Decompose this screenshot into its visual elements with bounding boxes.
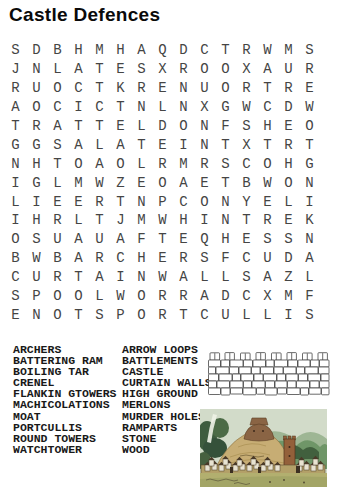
grid-cell[interactable]: E xyxy=(278,211,299,230)
grid-cell[interactable]: R xyxy=(194,154,215,173)
grid-cell[interactable]: T xyxy=(236,211,257,230)
grid-cell[interactable]: H xyxy=(173,211,194,230)
grid-cell[interactable]: E xyxy=(131,173,152,192)
grid-cell[interactable]: N xyxy=(26,305,47,324)
grid-cell[interactable]: T xyxy=(89,117,110,136)
grid-cell[interactable]: R xyxy=(152,287,173,306)
grid-cell[interactable]: E xyxy=(194,173,215,192)
grid-cell[interactable]: E xyxy=(278,117,299,136)
grid-cell[interactable]: H xyxy=(215,230,236,249)
grid-cell[interactable]: X xyxy=(236,60,257,79)
grid-cell[interactable]: W xyxy=(26,249,47,268)
grid-cell[interactable]: M xyxy=(173,154,194,173)
grid-cell[interactable]: U xyxy=(278,60,299,79)
grid-cell[interactable]: E xyxy=(5,305,26,324)
grid-cell[interactable]: R xyxy=(173,249,194,268)
word-item: MERLONS xyxy=(122,399,212,410)
grid-cell[interactable]: O xyxy=(5,230,26,249)
grid-cell[interactable]: A xyxy=(257,60,278,79)
grid-cell[interactable]: D xyxy=(173,41,194,60)
grid-cell[interactable]: T xyxy=(131,135,152,154)
grid-cell[interactable]: A xyxy=(5,98,26,117)
grid-cell[interactable]: A xyxy=(194,287,215,306)
grid-cell[interactable]: U xyxy=(89,230,110,249)
grid-cell[interactable]: A xyxy=(110,230,131,249)
grid-cell[interactable]: U xyxy=(194,79,215,98)
grid-cell[interactable]: T xyxy=(152,230,173,249)
grid-cell[interactable]: C xyxy=(110,249,131,268)
grid-cell[interactable]: L xyxy=(5,192,26,211)
grid-cell[interactable]: P xyxy=(152,192,173,211)
grid-cell[interactable]: R xyxy=(152,305,173,324)
grid-cell[interactable]: A xyxy=(89,268,110,287)
grid-cell[interactable]: P xyxy=(110,305,131,324)
grid-cell[interactable]: G xyxy=(215,98,236,117)
grid-cell[interactable]: S xyxy=(215,154,236,173)
battlements-illustration xyxy=(208,352,330,397)
word-search-grid: SDBHMHAQDCTRWMSJNLATESXROOXAURRUOCTKRENU… xyxy=(5,41,320,324)
grid-cell[interactable]: X xyxy=(236,135,257,154)
grid-cell[interactable]: D xyxy=(152,117,173,136)
grid-cell[interactable]: E xyxy=(257,192,278,211)
grid-cell[interactable]: A xyxy=(299,249,320,268)
grid-cell[interactable]: H xyxy=(110,41,131,60)
grid-cell[interactable]: R xyxy=(26,117,47,136)
grid-cell[interactable]: W xyxy=(257,173,278,192)
grid-cell[interactable]: H xyxy=(257,117,278,136)
grid-cell[interactable]: B xyxy=(5,249,26,268)
grid-cell[interactable]: N xyxy=(299,173,320,192)
grid-cell[interactable]: G xyxy=(26,135,47,154)
grid-cell[interactable]: X xyxy=(152,60,173,79)
grid-cell[interactable]: D xyxy=(278,98,299,117)
grid-cell[interactable]: S xyxy=(194,249,215,268)
grid-cell[interactable]: U xyxy=(26,268,47,287)
grid-cell[interactable]: Q xyxy=(152,41,173,60)
grid-cell[interactable]: M xyxy=(131,211,152,230)
grid-cell[interactable]: W xyxy=(236,98,257,117)
grid-cell[interactable]: W xyxy=(152,268,173,287)
grid-cell[interactable]: R xyxy=(236,79,257,98)
grid-cell[interactable]: O xyxy=(68,154,89,173)
grid-cell[interactable]: G xyxy=(26,173,47,192)
grid-cell[interactable]: E xyxy=(152,79,173,98)
grid-cell[interactable]: O xyxy=(152,173,173,192)
grid-cell[interactable]: H xyxy=(278,154,299,173)
word-item: MACHICOLATIONS xyxy=(13,399,117,410)
grid-cell[interactable]: L xyxy=(89,287,110,306)
grid-cell[interactable]: N xyxy=(215,211,236,230)
grid-cell[interactable]: S xyxy=(299,305,320,324)
grid-cell[interactable]: N xyxy=(5,154,26,173)
grid-cell[interactable]: E xyxy=(152,249,173,268)
grid-cell[interactable]: R xyxy=(89,249,110,268)
grid-cell[interactable]: E xyxy=(173,230,194,249)
page-title: Castle Defences xyxy=(9,4,160,26)
grid-cell[interactable]: I xyxy=(299,192,320,211)
grid-cell[interactable]: X xyxy=(194,98,215,117)
grid-cell[interactable]: F xyxy=(131,230,152,249)
grid-cell[interactable]: J xyxy=(5,60,26,79)
grid-cell[interactable]: L xyxy=(215,268,236,287)
grid-cell[interactable]: N xyxy=(299,230,320,249)
word-list-left: ARCHERSBATTERING RAMBOILING TARCRENELFLA… xyxy=(13,344,117,455)
grid-cell[interactable]: F xyxy=(215,249,236,268)
grid-cell[interactable]: O xyxy=(173,117,194,136)
grid-cell[interactable]: M xyxy=(89,41,110,60)
castle-illustration xyxy=(200,409,327,487)
grid-cell[interactable]: E xyxy=(236,230,257,249)
grid-cell[interactable]: A xyxy=(173,268,194,287)
grid-cell[interactable]: O xyxy=(194,192,215,211)
grid-cell[interactable]: R xyxy=(5,79,26,98)
grid-cell[interactable]: T xyxy=(89,211,110,230)
grid-cell[interactable]: C xyxy=(173,192,194,211)
grid-cell[interactable]: U xyxy=(47,230,68,249)
grid-cell[interactable]: B xyxy=(47,249,68,268)
grid-cell[interactable]: T xyxy=(5,117,26,136)
grid-cell[interactable]: A xyxy=(68,249,89,268)
grid-cell[interactable]: X xyxy=(257,287,278,306)
grid-cell[interactable]: R xyxy=(236,41,257,60)
grid-cell[interactable]: R xyxy=(131,79,152,98)
grid-cell[interactable]: Z xyxy=(110,173,131,192)
grid-cell[interactable]: W xyxy=(257,41,278,60)
grid-cell[interactable]: F xyxy=(299,287,320,306)
grid-cell[interactable]: C xyxy=(194,305,215,324)
grid-cell[interactable]: Q xyxy=(194,230,215,249)
grid-cell[interactable]: A xyxy=(131,41,152,60)
grid-cell[interactable]: A xyxy=(110,135,131,154)
grid-cell[interactable]: O xyxy=(47,305,68,324)
grid-cell[interactable]: O xyxy=(47,79,68,98)
grid-cell[interactable]: K xyxy=(110,79,131,98)
grid-cell[interactable]: L xyxy=(47,60,68,79)
grid-cell[interactable]: M xyxy=(278,287,299,306)
grid-cell[interactable]: W xyxy=(299,98,320,117)
grid-cell[interactable]: D xyxy=(215,287,236,306)
grid-cell[interactable]: R xyxy=(173,60,194,79)
grid-cell[interactable]: L xyxy=(278,192,299,211)
grid-cell[interactable]: A xyxy=(68,60,89,79)
grid-cell[interactable]: T xyxy=(257,79,278,98)
grid-cell[interactable]: T xyxy=(68,305,89,324)
grid-cell[interactable]: O xyxy=(194,60,215,79)
grid-cell[interactable]: T xyxy=(89,79,110,98)
grid-cell[interactable]: A xyxy=(173,173,194,192)
grid-cell[interactable]: I xyxy=(68,98,89,117)
grid-cell[interactable]: E xyxy=(152,135,173,154)
grid-cell[interactable]: R xyxy=(299,60,320,79)
grid-cell[interactable]: S xyxy=(278,230,299,249)
grid-cell[interactable]: L xyxy=(68,211,89,230)
grid-cell[interactable]: H xyxy=(26,211,47,230)
grid-cell[interactable]: I xyxy=(5,211,26,230)
grid-cell[interactable]: L xyxy=(152,98,173,117)
grid-cell[interactable]: T xyxy=(215,173,236,192)
grid-cell[interactable]: U xyxy=(26,79,47,98)
word-item: MOAT xyxy=(13,411,117,422)
grid-cell[interactable]: A xyxy=(68,230,89,249)
grid-cell[interactable]: R xyxy=(47,211,68,230)
grid-cell[interactable]: N xyxy=(131,98,152,117)
grid-cell[interactable]: O xyxy=(26,98,47,117)
grid-cell[interactable]: N xyxy=(194,117,215,136)
grid-cell[interactable]: C xyxy=(257,98,278,117)
grid-cell[interactable]: R xyxy=(278,79,299,98)
grid-cell[interactable]: N xyxy=(26,60,47,79)
word-list-right: ARROW LOOPSBATTLEMENTSCASTLECURTAIN WALL… xyxy=(122,344,212,455)
grid-cell[interactable]: T xyxy=(215,41,236,60)
grid-cell[interactable]: S xyxy=(26,230,47,249)
grid-cell[interactable]: C xyxy=(236,249,257,268)
grid-cell[interactable]: H xyxy=(68,41,89,60)
grid-cell[interactable]: O xyxy=(278,173,299,192)
grid-cell[interactable]: D xyxy=(278,249,299,268)
grid-cell[interactable]: I xyxy=(194,211,215,230)
grid-cell[interactable]: R xyxy=(257,211,278,230)
grid-cell[interactable]: C xyxy=(236,287,257,306)
grid-cell[interactable]: A xyxy=(257,268,278,287)
grid-cell[interactable]: E xyxy=(110,60,131,79)
grid-cell[interactable]: S xyxy=(5,287,26,306)
grid-cell[interactable]: R xyxy=(89,192,110,211)
grid-cell[interactable]: L xyxy=(89,135,110,154)
grid-cell[interactable]: O xyxy=(257,154,278,173)
grid-cell[interactable]: D xyxy=(26,41,47,60)
grid-cell[interactable]: L xyxy=(131,154,152,173)
grid-cell[interactable]: W xyxy=(89,173,110,192)
grid-cell[interactable]: R xyxy=(173,287,194,306)
grid-cell[interactable]: S xyxy=(257,230,278,249)
grid-cell[interactable]: L xyxy=(194,268,215,287)
grid-cell[interactable]: C xyxy=(236,154,257,173)
grid-cell[interactable]: I xyxy=(5,173,26,192)
grid-cell[interactable]: N xyxy=(215,192,236,211)
grid-cell[interactable]: R xyxy=(47,268,68,287)
grid-cell[interactable]: E xyxy=(47,192,68,211)
grid-cell[interactable]: I xyxy=(26,192,47,211)
grid-cell[interactable]: J xyxy=(110,211,131,230)
grid-cell[interactable]: I xyxy=(173,135,194,154)
grid-cell[interactable]: T xyxy=(68,117,89,136)
grid-cell[interactable]: O xyxy=(47,287,68,306)
grid-cell[interactable]: N xyxy=(194,135,215,154)
grid-cell[interactable]: E xyxy=(110,117,131,136)
grid-cell[interactable]: N xyxy=(131,192,152,211)
grid-cell[interactable]: S xyxy=(5,41,26,60)
grid-cell[interactable]: L xyxy=(299,268,320,287)
grid-cell[interactable]: G xyxy=(5,135,26,154)
grid-cell[interactable]: K xyxy=(299,211,320,230)
grid-cell[interactable]: B xyxy=(47,41,68,60)
grid-cell[interactable]: S xyxy=(299,41,320,60)
grid-cell[interactable]: L xyxy=(257,305,278,324)
grid-cell[interactable]: P xyxy=(26,287,47,306)
grid-cell[interactable]: S xyxy=(131,60,152,79)
word-item: WATCHTOWER xyxy=(13,444,117,455)
grid-cell[interactable]: O xyxy=(131,287,152,306)
grid-cell[interactable]: C xyxy=(5,268,26,287)
grid-cell[interactable]: T xyxy=(47,154,68,173)
grid-cell[interactable]: Y xyxy=(236,192,257,211)
grid-cell[interactable]: T xyxy=(89,60,110,79)
grid-cell[interactable]: O xyxy=(68,287,89,306)
grid-cell[interactable]: T xyxy=(110,192,131,211)
grid-cell[interactable]: R xyxy=(278,135,299,154)
grid-cell[interactable]: A xyxy=(47,117,68,136)
grid-cell[interactable]: T xyxy=(257,135,278,154)
grid-cell[interactable]: H xyxy=(26,154,47,173)
grid-cell[interactable]: S xyxy=(236,268,257,287)
grid-cell[interactable]: C xyxy=(68,79,89,98)
grid-cell[interactable]: F xyxy=(215,117,236,136)
grid-cell[interactable]: M xyxy=(68,173,89,192)
grid-cell[interactable]: H xyxy=(131,249,152,268)
grid-cell[interactable]: U xyxy=(257,249,278,268)
grid-cell[interactable]: O xyxy=(215,79,236,98)
grid-cell[interactable]: N xyxy=(173,98,194,117)
grid-cell[interactable]: I xyxy=(278,305,299,324)
grid-cell[interactable]: C xyxy=(89,98,110,117)
word-item: WOOD xyxy=(122,444,212,455)
grid-cell[interactable]: E xyxy=(299,79,320,98)
grid-cell[interactable]: L xyxy=(131,117,152,136)
grid-cell[interactable]: W xyxy=(152,211,173,230)
grid-cell[interactable]: U xyxy=(215,305,236,324)
grid-cell[interactable]: A xyxy=(68,135,89,154)
grid-cell[interactable]: B xyxy=(236,173,257,192)
grid-cell[interactable]: O xyxy=(131,305,152,324)
grid-cell[interactable]: Z xyxy=(278,268,299,287)
grid-cell[interactable]: T xyxy=(110,98,131,117)
grid-cell[interactable]: O xyxy=(299,117,320,136)
grid-cell[interactable]: L xyxy=(236,305,257,324)
grid-cell[interactable]: E xyxy=(68,192,89,211)
grid-cell[interactable]: G xyxy=(299,154,320,173)
grid-cell[interactable]: C xyxy=(194,41,215,60)
grid-cell[interactable]: L xyxy=(47,173,68,192)
grid-cell[interactable]: N xyxy=(131,268,152,287)
grid-cell[interactable]: R xyxy=(152,154,173,173)
grid-cell[interactable]: N xyxy=(173,79,194,98)
grid-cell[interactable]: M xyxy=(278,41,299,60)
grid-cell[interactable]: I xyxy=(110,268,131,287)
grid-cell[interactable]: C xyxy=(47,98,68,117)
grid-cell[interactable]: A xyxy=(89,154,110,173)
grid-cell[interactable]: S xyxy=(47,135,68,154)
grid-cell[interactable]: T xyxy=(173,305,194,324)
grid-cell[interactable]: O xyxy=(215,60,236,79)
word-item: MURDER HOLES xyxy=(122,411,212,422)
grid-cell[interactable]: S xyxy=(236,117,257,136)
grid-cell[interactable]: O xyxy=(110,154,131,173)
grid-cell[interactable]: T xyxy=(299,135,320,154)
grid-cell[interactable]: W xyxy=(110,287,131,306)
grid-cell[interactable]: T xyxy=(68,268,89,287)
grid-cell[interactable]: S xyxy=(89,305,110,324)
grid-cell[interactable]: T xyxy=(215,135,236,154)
